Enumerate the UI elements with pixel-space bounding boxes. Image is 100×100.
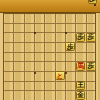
piece-2三[interactable]: 歩 xyxy=(76,33,86,42)
shogi-app-screen: 歩歩歩馬歩と王金 歩 xyxy=(0,0,100,100)
star-point xyxy=(65,72,67,74)
star-point xyxy=(34,32,36,34)
shogi-board[interactable]: 歩歩歩馬歩と王金 xyxy=(0,13,100,100)
piece-1六[interactable]: 歩 xyxy=(86,62,96,71)
star-point xyxy=(34,72,36,74)
opponent-komadai-bar xyxy=(0,0,100,13)
piece-3四[interactable]: 歩 xyxy=(65,42,75,51)
captured-tray-piece[interactable]: 歩 xyxy=(88,0,98,4)
piece-4七[interactable]: と xyxy=(55,71,65,80)
piece-2六[interactable]: 馬 xyxy=(76,62,86,71)
captured-count-dot xyxy=(94,4,96,7)
piece-1三[interactable]: 歩 xyxy=(86,33,96,42)
star-point xyxy=(65,32,67,34)
piece-2八[interactable]: 王 xyxy=(76,81,86,90)
piece-2九[interactable]: 金 xyxy=(76,91,86,100)
